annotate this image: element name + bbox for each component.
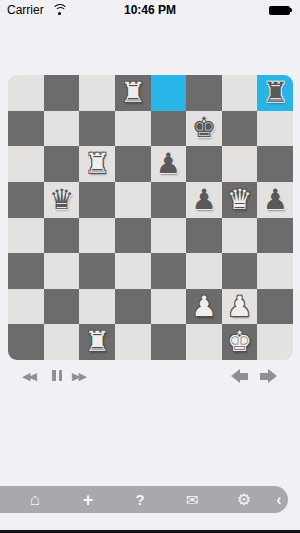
fast-forward-icon[interactable]: ▶▶ [72, 370, 85, 383]
square-a1[interactable] [8, 324, 44, 360]
square-d5[interactable] [115, 182, 151, 218]
square-h3[interactable] [257, 253, 293, 289]
previous-move-arrow-icon[interactable] [231, 369, 248, 383]
square-e7[interactable] [151, 111, 187, 147]
toolbar-email-icon[interactable]: ✉ [181, 486, 203, 513]
white-queen-g5[interactable]: ♛ [227, 186, 252, 214]
square-b5[interactable]: ♛ [44, 182, 80, 218]
square-f2[interactable]: ♟ [186, 289, 222, 325]
square-a6[interactable] [8, 146, 44, 182]
white-rook-c1[interactable]: ♜ [85, 328, 110, 356]
square-b4[interactable] [44, 218, 80, 254]
square-f8[interactable] [186, 75, 222, 111]
square-c2[interactable] [79, 289, 115, 325]
rewind-icon[interactable]: ◀◀ [22, 370, 35, 383]
bottom-toolbar: ⌂+?✉⚙‹ [0, 486, 288, 513]
square-a5[interactable] [8, 182, 44, 218]
square-g4[interactable] [222, 218, 258, 254]
square-e2[interactable] [151, 289, 187, 325]
square-e8[interactable] [151, 75, 187, 111]
square-f4[interactable] [186, 218, 222, 254]
next-move-arrow-icon[interactable] [260, 369, 277, 383]
square-b6[interactable] [44, 146, 80, 182]
square-a2[interactable] [8, 289, 44, 325]
square-g5[interactable]: ♛ [222, 182, 258, 218]
app-screen: Carrier 10:46 PM ♜♜♚♜♟♛♟♛♟♟♟♜♚ ◀◀ ▶▶ ⌂+?… [0, 0, 300, 533]
square-e5[interactable] [151, 182, 187, 218]
square-g7[interactable] [222, 111, 258, 147]
white-pawn-g2[interactable]: ♟ [227, 293, 252, 321]
square-h4[interactable] [257, 218, 293, 254]
square-c7[interactable] [79, 111, 115, 147]
black-queen-b5[interactable]: ♛ [49, 186, 74, 214]
white-rook-c6[interactable]: ♜ [85, 150, 110, 178]
playback-controls: ◀◀ ▶▶ [0, 365, 300, 389]
square-a7[interactable] [8, 111, 44, 147]
square-b8[interactable] [44, 75, 80, 111]
toolbar-home-icon[interactable]: ⌂ [24, 486, 46, 513]
white-king-g1[interactable]: ♚ [227, 328, 252, 356]
white-pawn-f2[interactable]: ♟ [191, 293, 216, 321]
square-d6[interactable] [115, 146, 151, 182]
status-bar: Carrier 10:46 PM [0, 0, 300, 20]
clock-label: 10:46 PM [0, 3, 300, 17]
square-b2[interactable] [44, 289, 80, 325]
square-d3[interactable] [115, 253, 151, 289]
square-g1[interactable]: ♚ [222, 324, 258, 360]
square-b3[interactable] [44, 253, 80, 289]
square-e1[interactable] [151, 324, 187, 360]
square-h6[interactable] [257, 146, 293, 182]
square-e6[interactable]: ♟ [151, 146, 187, 182]
black-rook-h8[interactable]: ♜ [263, 79, 288, 107]
square-c4[interactable] [79, 218, 115, 254]
square-f5[interactable]: ♟ [186, 182, 222, 218]
black-king-f7[interactable]: ♚ [191, 114, 216, 142]
square-c3[interactable] [79, 253, 115, 289]
square-d8[interactable]: ♜ [115, 75, 151, 111]
square-g3[interactable] [222, 253, 258, 289]
black-pawn-e6[interactable]: ♟ [156, 150, 181, 178]
square-f7[interactable]: ♚ [186, 111, 222, 147]
square-c1[interactable]: ♜ [79, 324, 115, 360]
square-b7[interactable] [44, 111, 80, 147]
white-rook-d8[interactable]: ♜ [120, 79, 145, 107]
black-pawn-f5[interactable]: ♟ [191, 186, 216, 214]
square-h2[interactable] [257, 289, 293, 325]
square-b1[interactable] [44, 324, 80, 360]
square-d7[interactable] [115, 111, 151, 147]
battery-nub [290, 8, 292, 12]
square-f1[interactable] [186, 324, 222, 360]
square-a8[interactable] [8, 75, 44, 111]
square-h1[interactable] [257, 324, 293, 360]
square-c6[interactable]: ♜ [79, 146, 115, 182]
toolbar-collapse-icon[interactable]: ‹ [268, 486, 290, 513]
square-d4[interactable] [115, 218, 151, 254]
square-d2[interactable] [115, 289, 151, 325]
pause-icon[interactable] [52, 370, 62, 381]
square-c8[interactable] [79, 75, 115, 111]
square-f6[interactable] [186, 146, 222, 182]
toolbar-help-icon[interactable]: ? [129, 486, 151, 513]
battery-icon [269, 6, 290, 15]
toolbar-add-icon[interactable]: + [77, 486, 99, 513]
toolbar-settings-icon[interactable]: ⚙ [233, 486, 255, 513]
square-a3[interactable] [8, 253, 44, 289]
square-h5[interactable]: ♟ [257, 182, 293, 218]
square-e4[interactable] [151, 218, 187, 254]
square-g6[interactable] [222, 146, 258, 182]
black-pawn-h5[interactable]: ♟ [263, 186, 288, 214]
square-h7[interactable] [257, 111, 293, 147]
square-e3[interactable] [151, 253, 187, 289]
chess-board: ♜♜♚♜♟♛♟♛♟♟♟♜♚ [8, 75, 293, 360]
square-f3[interactable] [186, 253, 222, 289]
square-a4[interactable] [8, 218, 44, 254]
square-h8[interactable]: ♜ [257, 75, 293, 111]
square-d1[interactable] [115, 324, 151, 360]
square-g2[interactable]: ♟ [222, 289, 258, 325]
square-c5[interactable] [79, 182, 115, 218]
square-g8[interactable] [222, 75, 258, 111]
